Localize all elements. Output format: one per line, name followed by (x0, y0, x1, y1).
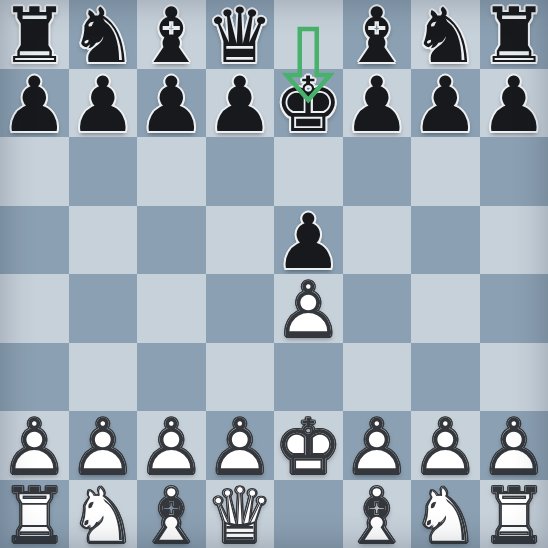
black-pawn[interactable]: ♟ (69, 71, 138, 140)
square-g7[interactable]: ♟ (411, 69, 480, 138)
square-b8[interactable]: ♞ (69, 0, 138, 69)
square-g2[interactable]: ♟♙ (411, 411, 480, 480)
square-g3[interactable] (411, 343, 480, 412)
square-f7[interactable]: ♟ (343, 69, 412, 138)
square-c3[interactable] (137, 343, 206, 412)
square-e2[interactable]: ♚♔ (274, 411, 343, 480)
king-outline-glyph: ♔ (274, 409, 342, 485)
white-bishop[interactable]: ♝♗ (343, 482, 412, 548)
square-e4[interactable]: ♟♙ (274, 274, 343, 343)
square-h4[interactable] (480, 274, 548, 343)
square-a1[interactable]: ♜♖ (0, 480, 69, 548)
square-c1[interactable]: ♝♗ (137, 480, 206, 548)
square-h5[interactable] (480, 206, 548, 275)
square-c6[interactable] (137, 137, 206, 206)
square-d6[interactable] (206, 137, 275, 206)
square-e6[interactable] (274, 137, 343, 206)
black-pawn[interactable]: ♟ (480, 71, 548, 140)
pawn-glyph: ♟ (343, 67, 411, 143)
square-b1[interactable]: ♞♘ (69, 480, 138, 548)
square-h1[interactable]: ♜♖ (480, 480, 548, 548)
rook-outline-glyph: ♖ (480, 478, 548, 548)
square-e1[interactable] (274, 480, 343, 548)
square-b2[interactable]: ♟♙ (69, 411, 138, 480)
black-pawn[interactable]: ♟ (206, 71, 275, 140)
square-c7[interactable]: ♟ (137, 69, 206, 138)
square-a4[interactable] (0, 274, 69, 343)
white-knight[interactable]: ♞♘ (411, 482, 480, 548)
white-rook[interactable]: ♜♖ (0, 482, 69, 548)
pawn-outline-glyph: ♙ (274, 272, 342, 348)
knight-outline-glyph: ♘ (411, 478, 479, 548)
black-pawn[interactable]: ♟ (137, 71, 206, 140)
square-a8[interactable]: ♜ (0, 0, 69, 69)
square-c4[interactable] (137, 274, 206, 343)
pawn-glyph: ♟ (206, 67, 274, 143)
bishop-outline-glyph: ♗ (137, 478, 205, 548)
square-a7[interactable]: ♟ (0, 69, 69, 138)
square-d7[interactable]: ♟ (206, 69, 275, 138)
square-e5[interactable]: ♟ (274, 206, 343, 275)
square-h6[interactable] (480, 137, 548, 206)
square-c2[interactable]: ♟♙ (137, 411, 206, 480)
pawn-glyph: ♟ (480, 67, 548, 143)
square-c5[interactable] (137, 206, 206, 275)
square-b5[interactable] (69, 206, 138, 275)
square-h7[interactable]: ♟ (480, 69, 548, 138)
bishop-outline-glyph: ♗ (343, 478, 411, 548)
square-c8[interactable]: ♝ (137, 0, 206, 69)
black-pawn[interactable]: ♟ (343, 71, 412, 140)
square-f1[interactable]: ♝♗ (343, 480, 412, 548)
square-b7[interactable]: ♟ (69, 69, 138, 138)
chess-app-screenshot: ♜♞♝♛♝♞♜♟♟♟♟♚♟♟♟♟♟♙♟♙♟♙♟♙♟♙♚♔♟♙♟♙♟♙♜♖♞♘♝♗… (0, 0, 548, 548)
black-pawn[interactable]: ♟ (0, 71, 69, 140)
pawn-glyph: ♟ (137, 67, 205, 143)
pawn-glyph: ♟ (411, 67, 479, 143)
white-bishop[interactable]: ♝♗ (137, 482, 206, 548)
white-queen[interactable]: ♛♕ (206, 482, 275, 548)
square-h8[interactable]: ♜ (480, 0, 548, 69)
square-f2[interactable]: ♟♙ (343, 411, 412, 480)
square-g8[interactable]: ♞ (411, 0, 480, 69)
square-a2[interactable]: ♟♙ (0, 411, 69, 480)
square-e7[interactable]: ♚ (274, 69, 343, 138)
king-glyph: ♚ (274, 67, 342, 143)
square-d3[interactable] (206, 343, 275, 412)
square-f8[interactable]: ♝ (343, 0, 412, 69)
square-b4[interactable] (69, 274, 138, 343)
square-h3[interactable] (480, 343, 548, 412)
square-d5[interactable] (206, 206, 275, 275)
queen-outline-glyph: ♕ (206, 478, 274, 548)
square-a3[interactable] (0, 343, 69, 412)
pawn-glyph: ♟ (0, 67, 68, 143)
square-a5[interactable] (0, 206, 69, 275)
white-rook[interactable]: ♜♖ (480, 482, 548, 548)
pawn-glyph: ♟ (69, 67, 137, 143)
knight-outline-glyph: ♘ (69, 478, 137, 548)
square-h2[interactable]: ♟♙ (480, 411, 548, 480)
white-pawn[interactable]: ♟♙ (274, 276, 343, 345)
square-b3[interactable] (69, 343, 138, 412)
square-d4[interactable] (206, 274, 275, 343)
black-king[interactable]: ♚ (274, 71, 343, 140)
white-king[interactable]: ♚♔ (274, 413, 343, 482)
square-f5[interactable] (343, 206, 412, 275)
square-f3[interactable] (343, 343, 412, 412)
square-b6[interactable] (69, 137, 138, 206)
square-g1[interactable]: ♞♘ (411, 480, 480, 548)
square-a6[interactable] (0, 137, 69, 206)
square-g6[interactable] (411, 137, 480, 206)
chess-board: ♜♞♝♛♝♞♜♟♟♟♟♚♟♟♟♟♟♙♟♙♟♙♟♙♟♙♚♔♟♙♟♙♟♙♜♖♞♘♝♗… (0, 0, 548, 548)
square-e8[interactable] (274, 0, 343, 69)
square-e3[interactable] (274, 343, 343, 412)
square-f4[interactable] (343, 274, 412, 343)
rook-outline-glyph: ♖ (0, 478, 68, 548)
square-d1[interactable]: ♛♕ (206, 480, 275, 548)
white-knight[interactable]: ♞♘ (69, 482, 138, 548)
square-f6[interactable] (343, 137, 412, 206)
square-g5[interactable] (411, 206, 480, 275)
square-d8[interactable]: ♛ (206, 0, 275, 69)
black-pawn[interactable]: ♟ (411, 71, 480, 140)
square-d2[interactable]: ♟♙ (206, 411, 275, 480)
square-g4[interactable] (411, 274, 480, 343)
